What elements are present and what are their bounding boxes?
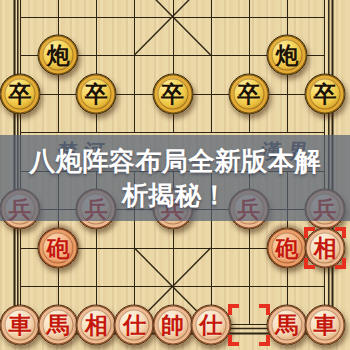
piece-red-horse[interactable]: 馬	[266, 304, 307, 345]
xiangqi-board: 楚河 漢界 炮炮卒卒卒卒卒兵兵兵兵兵砲砲相車馬相仕帥仕馬車 八炮阵容布局全新版本…	[0, 0, 350, 350]
piece-black-soldier[interactable]: 卒	[0, 73, 41, 114]
headline-line-2: 析揭秘！	[122, 178, 228, 212]
piece-red-general[interactable]: 帥	[152, 304, 193, 345]
piece-red-cannon[interactable]: 砲	[266, 227, 307, 268]
piece-red-chariot[interactable]: 車	[0, 304, 41, 345]
piece-black-cannon[interactable]: 炮	[266, 35, 307, 76]
piece-red-elephant[interactable]: 相	[305, 227, 346, 268]
piece-black-soldier[interactable]: 卒	[305, 73, 346, 114]
piece-red-advisor[interactable]: 仕	[114, 304, 155, 345]
headline-line-1: 八炮阵容布局全新版本解	[29, 144, 321, 178]
piece-black-cannon[interactable]: 炮	[38, 35, 79, 76]
piece-black-soldier[interactable]: 卒	[152, 73, 193, 114]
piece-red-chariot[interactable]: 車	[305, 304, 346, 345]
headline-banner: 八炮阵容布局全新版本解 析揭秘！	[0, 135, 350, 221]
piece-red-advisor[interactable]: 仕	[190, 304, 231, 345]
piece-red-horse[interactable]: 馬	[38, 304, 79, 345]
piece-red-elephant[interactable]: 相	[76, 304, 117, 345]
piece-black-soldier[interactable]: 卒	[76, 73, 117, 114]
piece-black-soldier[interactable]: 卒	[228, 73, 269, 114]
piece-red-cannon[interactable]: 砲	[38, 227, 79, 268]
